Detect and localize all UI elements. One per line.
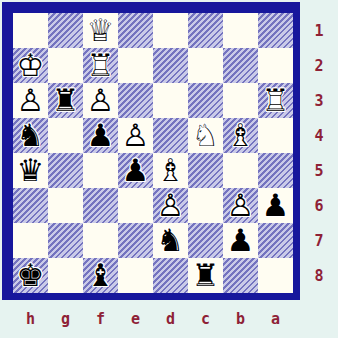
square-d1[interactable] bbox=[153, 13, 188, 48]
white-pawn-e4: ♟♙ bbox=[118, 118, 153, 153]
square-b7[interactable]: ♟♟ bbox=[223, 223, 258, 258]
black-pawn-a6: ♟♟ bbox=[258, 188, 293, 223]
square-d6[interactable]: ♟♙ bbox=[153, 188, 188, 223]
square-h8[interactable]: ♚♚ bbox=[13, 258, 48, 293]
square-d8[interactable] bbox=[153, 258, 188, 293]
square-g4[interactable] bbox=[48, 118, 83, 153]
rank-label-8: 8 bbox=[304, 258, 334, 293]
square-c8[interactable]: ♜♜ bbox=[188, 258, 223, 293]
square-b1[interactable] bbox=[223, 13, 258, 48]
black-king-icon: ♚ bbox=[13, 258, 48, 293]
file-label-d: d bbox=[153, 304, 188, 334]
white-rook-icon: ♖ bbox=[83, 48, 118, 83]
black-knight-icon: ♞ bbox=[13, 118, 48, 153]
square-b2[interactable] bbox=[223, 48, 258, 83]
square-h6[interactable] bbox=[13, 188, 48, 223]
file-label-f: f bbox=[83, 304, 118, 334]
rank-labels: 12345678 bbox=[304, 13, 334, 293]
square-e1[interactable] bbox=[118, 13, 153, 48]
black-pawn-f4: ♟♟ bbox=[83, 118, 118, 153]
black-bishop-f8: ♝♝ bbox=[83, 258, 118, 293]
square-g6[interactable] bbox=[48, 188, 83, 223]
square-b8[interactable] bbox=[223, 258, 258, 293]
square-a4[interactable] bbox=[258, 118, 293, 153]
white-pawn-icon: ♙ bbox=[153, 188, 188, 223]
square-b3[interactable] bbox=[223, 83, 258, 118]
black-pawn-b7: ♟♟ bbox=[223, 223, 258, 258]
square-a3[interactable]: ♜♖ bbox=[258, 83, 293, 118]
square-h3[interactable]: ♟♙ bbox=[13, 83, 48, 118]
square-e5[interactable]: ♟♟ bbox=[118, 153, 153, 188]
square-e7[interactable] bbox=[118, 223, 153, 258]
square-d7[interactable]: ♞♞ bbox=[153, 223, 188, 258]
square-e3[interactable] bbox=[118, 83, 153, 118]
square-a8[interactable] bbox=[258, 258, 293, 293]
rank-label-4: 4 bbox=[304, 118, 334, 153]
black-rook-g3: ♜♜ bbox=[48, 83, 83, 118]
black-pawn-icon: ♟ bbox=[118, 153, 153, 188]
square-b6[interactable]: ♟♙ bbox=[223, 188, 258, 223]
board-frame: ♛♕♚♔♜♖♟♙♜♜♟♙♜♖♞♞♟♟♟♙♞♘♝♗♛♛♟♟♝♗♟♙♟♙♟♟♞♞♟♟… bbox=[2, 2, 300, 300]
square-c3[interactable] bbox=[188, 83, 223, 118]
file-label-g: g bbox=[48, 304, 83, 334]
square-c6[interactable] bbox=[188, 188, 223, 223]
square-e2[interactable] bbox=[118, 48, 153, 83]
square-h7[interactable] bbox=[13, 223, 48, 258]
square-d2[interactable] bbox=[153, 48, 188, 83]
square-d5[interactable]: ♝♗ bbox=[153, 153, 188, 188]
white-rook-f2: ♜♖ bbox=[83, 48, 118, 83]
black-queen-h5: ♛♛ bbox=[13, 153, 48, 188]
black-pawn-icon: ♟ bbox=[258, 188, 293, 223]
rank-label-2: 2 bbox=[304, 48, 334, 83]
square-f6[interactable] bbox=[83, 188, 118, 223]
square-g7[interactable] bbox=[48, 223, 83, 258]
square-b4[interactable]: ♝♗ bbox=[223, 118, 258, 153]
file-label-h: h bbox=[13, 304, 48, 334]
file-label-a: a bbox=[258, 304, 293, 334]
white-king-h2: ♚♔ bbox=[13, 48, 48, 83]
black-rook-icon: ♜ bbox=[48, 83, 83, 118]
black-knight-icon: ♞ bbox=[153, 223, 188, 258]
square-e8[interactable] bbox=[118, 258, 153, 293]
square-f4[interactable]: ♟♟ bbox=[83, 118, 118, 153]
black-bishop-icon: ♝ bbox=[83, 258, 118, 293]
square-d4[interactable] bbox=[153, 118, 188, 153]
black-king-h8: ♚♚ bbox=[13, 258, 48, 293]
black-knight-h4: ♞♞ bbox=[13, 118, 48, 153]
chess-board: ♛♕♚♔♜♖♟♙♜♜♟♙♜♖♞♞♟♟♟♙♞♘♝♗♛♛♟♟♝♗♟♙♟♙♟♟♞♞♟♟… bbox=[13, 13, 293, 293]
white-bishop-icon: ♗ bbox=[153, 153, 188, 188]
square-f3[interactable]: ♟♙ bbox=[83, 83, 118, 118]
white-rook-a3: ♜♖ bbox=[258, 83, 293, 118]
file-label-b: b bbox=[223, 304, 258, 334]
white-king-icon: ♔ bbox=[13, 48, 48, 83]
white-pawn-icon: ♙ bbox=[223, 188, 258, 223]
white-rook-icon: ♖ bbox=[258, 83, 293, 118]
white-queen-icon: ♕ bbox=[83, 13, 118, 48]
square-h2[interactable]: ♚♔ bbox=[13, 48, 48, 83]
square-h4[interactable]: ♞♞ bbox=[13, 118, 48, 153]
file-label-e: e bbox=[118, 304, 153, 334]
black-pawn-e5: ♟♟ bbox=[118, 153, 153, 188]
square-c4[interactable]: ♞♘ bbox=[188, 118, 223, 153]
square-b5[interactable] bbox=[223, 153, 258, 188]
white-queen-f1: ♛♕ bbox=[83, 13, 118, 48]
black-pawn-icon: ♟ bbox=[83, 118, 118, 153]
white-knight-icon: ♘ bbox=[188, 118, 223, 153]
white-bishop-d5: ♝♗ bbox=[153, 153, 188, 188]
square-g1[interactable] bbox=[48, 13, 83, 48]
white-pawn-icon: ♙ bbox=[13, 83, 48, 118]
file-labels: hgfedcba bbox=[13, 304, 293, 334]
white-pawn-f3: ♟♙ bbox=[83, 83, 118, 118]
black-pawn-icon: ♟ bbox=[223, 223, 258, 258]
rank-label-5: 5 bbox=[304, 153, 334, 188]
square-d3[interactable] bbox=[153, 83, 188, 118]
square-g2[interactable] bbox=[48, 48, 83, 83]
white-pawn-b6: ♟♙ bbox=[223, 188, 258, 223]
square-g5[interactable] bbox=[48, 153, 83, 188]
file-label-c: c bbox=[188, 304, 223, 334]
black-knight-d7: ♞♞ bbox=[153, 223, 188, 258]
black-rook-c8: ♜♜ bbox=[188, 258, 223, 293]
square-f8[interactable]: ♝♝ bbox=[83, 258, 118, 293]
black-rook-icon: ♜ bbox=[188, 258, 223, 293]
square-c5[interactable] bbox=[188, 153, 223, 188]
square-g3[interactable]: ♜♜ bbox=[48, 83, 83, 118]
square-c2[interactable] bbox=[188, 48, 223, 83]
square-f7[interactable] bbox=[83, 223, 118, 258]
square-f2[interactable]: ♜♖ bbox=[83, 48, 118, 83]
square-f5[interactable] bbox=[83, 153, 118, 188]
white-pawn-icon: ♙ bbox=[118, 118, 153, 153]
white-pawn-h3: ♟♙ bbox=[13, 83, 48, 118]
rank-label-6: 6 bbox=[304, 188, 334, 223]
chess-diagram: ♛♕♚♔♜♖♟♙♜♜♟♙♜♖♞♞♟♟♟♙♞♘♝♗♛♛♟♟♝♗♟♙♟♙♟♟♞♞♟♟… bbox=[0, 0, 338, 338]
square-e4[interactable]: ♟♙ bbox=[118, 118, 153, 153]
white-pawn-d6: ♟♙ bbox=[153, 188, 188, 223]
square-a2[interactable] bbox=[258, 48, 293, 83]
square-f1[interactable]: ♛♕ bbox=[83, 13, 118, 48]
black-queen-icon: ♛ bbox=[13, 153, 48, 188]
square-h1[interactable] bbox=[13, 13, 48, 48]
square-a6[interactable]: ♟♟ bbox=[258, 188, 293, 223]
square-g8[interactable] bbox=[48, 258, 83, 293]
square-a7[interactable] bbox=[258, 223, 293, 258]
rank-label-3: 3 bbox=[304, 83, 334, 118]
white-bishop-icon: ♗ bbox=[223, 118, 258, 153]
square-a5[interactable] bbox=[258, 153, 293, 188]
square-c7[interactable] bbox=[188, 223, 223, 258]
white-bishop-b4: ♝♗ bbox=[223, 118, 258, 153]
white-knight-c4: ♞♘ bbox=[188, 118, 223, 153]
white-pawn-icon: ♙ bbox=[83, 83, 118, 118]
rank-label-7: 7 bbox=[304, 223, 334, 258]
square-h5[interactable]: ♛♛ bbox=[13, 153, 48, 188]
rank-label-1: 1 bbox=[304, 13, 334, 48]
square-e6[interactable] bbox=[118, 188, 153, 223]
square-c1[interactable] bbox=[188, 13, 223, 48]
square-a1[interactable] bbox=[258, 13, 293, 48]
